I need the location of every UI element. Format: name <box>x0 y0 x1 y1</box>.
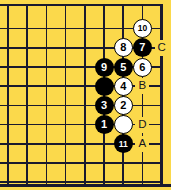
stone-black-1: 1 <box>95 115 114 134</box>
point-label-D: D <box>135 117 149 133</box>
stone-white-8: 8 <box>114 38 133 57</box>
stone-black-7: 7 <box>133 38 152 57</box>
stone-black-9: 9 <box>95 58 114 77</box>
grid-hline <box>0 105 163 107</box>
point-label-C: C <box>155 40 169 56</box>
stone-black-11: 11 <box>114 134 133 153</box>
go-board[interactable]: 1087956432111 CBDA <box>0 0 171 190</box>
grid-vline <box>7 4 9 187</box>
grid-hline <box>0 181 163 183</box>
grid-vline <box>65 4 67 187</box>
stone-white-4: 4 <box>114 77 133 96</box>
point-label-A: A <box>135 136 149 152</box>
board-top-border <box>0 4 163 6</box>
stone-black-plain <box>95 77 114 96</box>
grid-vline <box>26 4 28 187</box>
board-bottom-border <box>0 184 171 186</box>
grid-hline <box>0 162 163 164</box>
stone-black-5: 5 <box>114 58 133 77</box>
grid-vline <box>84 4 86 187</box>
stone-white-2: 2 <box>114 96 133 115</box>
stone-white-plain <box>114 115 133 134</box>
point-label-B: B <box>135 78 149 94</box>
stone-white-10: 10 <box>133 19 152 38</box>
stone-black-3: 3 <box>95 96 114 115</box>
board-right-edge-line <box>160 4 163 187</box>
stone-white-6: 6 <box>133 58 152 77</box>
grid-vline <box>46 4 48 187</box>
